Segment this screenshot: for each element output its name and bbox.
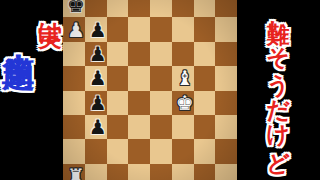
square-h1 bbox=[215, 164, 237, 180]
caption-left-top: 実は bbox=[37, 5, 62, 32]
square-c7 bbox=[107, 17, 129, 41]
square-g1 bbox=[194, 164, 216, 180]
square-d4 bbox=[128, 91, 150, 115]
square-b4: ♟ bbox=[85, 91, 107, 115]
square-g3 bbox=[194, 115, 216, 139]
square-f5: ♝ bbox=[172, 66, 194, 90]
square-e8 bbox=[150, 0, 172, 17]
square-h6 bbox=[215, 42, 237, 66]
square-f7 bbox=[172, 17, 194, 41]
square-a7: ♟ bbox=[63, 17, 85, 41]
square-d8 bbox=[128, 0, 150, 17]
square-f1 bbox=[172, 164, 194, 180]
square-e1 bbox=[150, 164, 172, 180]
piece-black-pawn: ♟ bbox=[89, 117, 107, 137]
square-e5 bbox=[150, 66, 172, 90]
square-b8 bbox=[85, 0, 107, 17]
piece-white-king: ♚ bbox=[176, 93, 194, 113]
square-g8 bbox=[194, 0, 216, 17]
video-thumbnail[interactable]: ♚♟♟♟♟♝♟♚♟♜ 難しそうだけど 実は 超簡単！ bbox=[0, 0, 320, 180]
square-c3 bbox=[107, 115, 129, 139]
square-d3 bbox=[128, 115, 150, 139]
square-b5: ♟ bbox=[85, 66, 107, 90]
square-b3: ♟ bbox=[85, 115, 107, 139]
square-d7 bbox=[128, 17, 150, 41]
square-f6 bbox=[172, 42, 194, 66]
square-e4 bbox=[150, 91, 172, 115]
square-d2 bbox=[128, 139, 150, 163]
square-e3 bbox=[150, 115, 172, 139]
square-a3 bbox=[63, 115, 85, 139]
square-g4 bbox=[194, 91, 216, 115]
square-a2 bbox=[63, 139, 85, 163]
piece-black-pawn: ♟ bbox=[89, 93, 107, 113]
caption-left-main: 超簡単！ bbox=[1, 31, 37, 64]
square-h7 bbox=[215, 17, 237, 41]
square-h2 bbox=[215, 139, 237, 163]
piece-black-king: ♚ bbox=[67, 0, 85, 15]
square-c8 bbox=[107, 0, 129, 17]
piece-white-rook: ♜ bbox=[67, 166, 85, 180]
square-b6: ♟ bbox=[85, 42, 107, 66]
square-b1 bbox=[85, 164, 107, 180]
piece-white-pawn: ♟ bbox=[67, 20, 85, 40]
square-g2 bbox=[194, 139, 216, 163]
piece-black-pawn: ♟ bbox=[89, 44, 107, 64]
square-c1 bbox=[107, 164, 129, 180]
square-b2 bbox=[85, 139, 107, 163]
square-d1 bbox=[128, 164, 150, 180]
square-g5 bbox=[194, 66, 216, 90]
square-c6 bbox=[107, 42, 129, 66]
piece-black-pawn: ♟ bbox=[89, 68, 107, 88]
square-e7 bbox=[150, 17, 172, 41]
square-h8 bbox=[215, 0, 237, 17]
square-a6 bbox=[63, 42, 85, 66]
square-d5 bbox=[128, 66, 150, 90]
square-a5 bbox=[63, 66, 85, 90]
square-d6 bbox=[128, 42, 150, 66]
square-a8: ♚ bbox=[63, 0, 85, 17]
chess-board: ♚♟♟♟♟♝♟♚♟♜ bbox=[63, 0, 237, 180]
square-e6 bbox=[150, 42, 172, 66]
piece-white-bishop: ♝ bbox=[176, 68, 194, 88]
square-g7 bbox=[194, 17, 216, 41]
square-f2 bbox=[172, 139, 194, 163]
square-b7: ♟ bbox=[85, 17, 107, 41]
square-h4 bbox=[215, 91, 237, 115]
square-f4: ♚ bbox=[172, 91, 194, 115]
square-h5 bbox=[215, 66, 237, 90]
square-e2 bbox=[150, 139, 172, 163]
square-h3 bbox=[215, 115, 237, 139]
caption-right: 難しそうだけど bbox=[266, 4, 291, 162]
piece-black-pawn: ♟ bbox=[89, 20, 107, 40]
square-f3 bbox=[172, 115, 194, 139]
square-c4 bbox=[107, 91, 129, 115]
square-c2 bbox=[107, 139, 129, 163]
square-g6 bbox=[194, 42, 216, 66]
square-c5 bbox=[107, 66, 129, 90]
square-a1: ♜ bbox=[63, 164, 85, 180]
square-a4 bbox=[63, 91, 85, 115]
square-f8 bbox=[172, 0, 194, 17]
